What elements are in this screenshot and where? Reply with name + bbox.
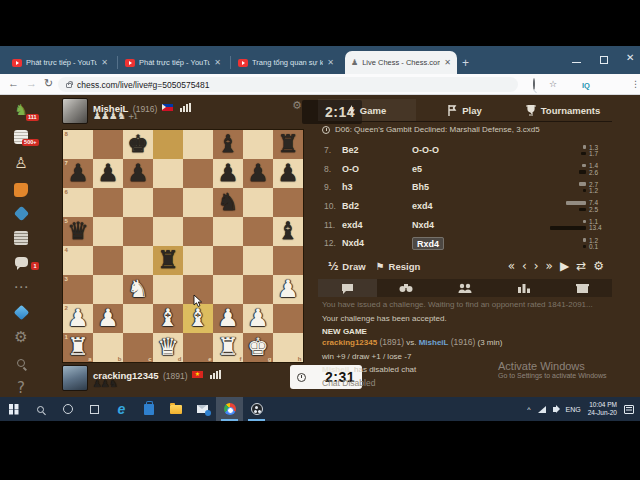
- captured-p: ♟: [93, 378, 101, 389]
- square-b2[interactable]: ♟: [93, 304, 123, 333]
- browser-tab-2[interactable]: Phát trực tiếp - YouTube Studio ✕: [119, 51, 227, 74]
- square-f4[interactable]: [213, 246, 243, 275]
- square-e6[interactable]: [183, 188, 213, 217]
- piece-white-pawn[interactable]: ♟: [63, 304, 93, 333]
- square-h5[interactable]: ♝: [273, 217, 303, 246]
- piece-white-pawn[interactable]: ♟: [273, 275, 303, 304]
- square-b3[interactable]: [93, 275, 123, 304]
- browser-tab-3[interactable]: Trang tổng quan sự kiện trực ti ✕: [232, 51, 340, 74]
- browser-tabstrip: Phát trực tiếp - YouTube Studio ✕ Phát t…: [0, 46, 640, 74]
- store-button[interactable]: [135, 397, 162, 421]
- sidebar-item-premium[interactable]: [13, 307, 30, 319]
- chesscom-sidebar: ♞111500+♙1⋯⚙?: [0, 97, 42, 397]
- square-d5[interactable]: [153, 217, 183, 246]
- square-b4[interactable]: [93, 246, 123, 275]
- square-c2[interactable]: [123, 304, 153, 333]
- square-h2[interactable]: [273, 304, 303, 333]
- square-a1[interactable]: 1a♜: [63, 333, 93, 362]
- move-row: 8.O-Oe51.42.6: [318, 160, 612, 179]
- black-move[interactable]: Rxd4: [412, 238, 482, 248]
- move-number: 7.: [318, 145, 342, 155]
- draw-button[interactable]: ½ Draw: [328, 261, 366, 272]
- tab-play[interactable]: Play: [416, 99, 514, 121]
- move-times: 1.42.6: [540, 163, 604, 175]
- square-c1[interactable]: c: [123, 333, 153, 362]
- chrome-icon: [224, 403, 236, 415]
- piece-black-pawn[interactable]: ♟: [63, 159, 93, 188]
- piece-black-pawn[interactable]: ♟: [273, 159, 303, 188]
- piece-white-bishop[interactable]: ♝: [153, 304, 183, 333]
- box-icon: [576, 283, 589, 293]
- square-c4[interactable]: [123, 246, 153, 275]
- captured-p: ♟: [93, 110, 101, 121]
- black-move[interactable]: Bh5: [412, 182, 482, 192]
- move-number: 12.: [318, 238, 342, 248]
- bookmark-star-icon[interactable]: ☆: [549, 79, 557, 89]
- piece-white-pawn[interactable]: ♟: [93, 304, 123, 333]
- square-h1[interactable]: h: [273, 333, 303, 362]
- square-c8[interactable]: ♚: [123, 130, 153, 159]
- obs-button[interactable]: [243, 397, 270, 421]
- opening-book-icon: [322, 126, 330, 134]
- windows-taskbar: e ^ ENG 10:04 PM 24-Jun-20: [0, 397, 640, 421]
- white-move[interactable]: h3: [342, 182, 412, 192]
- rank-label: 3: [65, 276, 68, 282]
- square-b8[interactable]: [93, 130, 123, 159]
- chat-input[interactable]: Chat Disabled: [322, 378, 375, 388]
- move-times: 1.31.7: [540, 145, 604, 157]
- screen: Phát trực tiếp - YouTube Studio ✕ Phát t…: [0, 0, 640, 480]
- square-a8[interactable]: 8: [63, 130, 93, 159]
- move-row: 7.Be2O-O-O1.31.7: [318, 141, 612, 160]
- iq-extension-icon[interactable]: IQ: [582, 81, 590, 90]
- sidebar-item-play-live[interactable]: ♙: [13, 155, 30, 172]
- game-panel-tabs: Game Play Tournaments: [318, 99, 612, 122]
- move-times: 1.113.4: [540, 219, 604, 231]
- browser-menu-icon[interactable]: ⋮: [631, 79, 640, 89]
- piece-white-pawn[interactable]: ♟: [213, 304, 243, 333]
- move-times: 2.71.2: [540, 182, 604, 194]
- rank-label: 4: [65, 247, 68, 253]
- notification-badge: 500+: [22, 139, 38, 147]
- lock-icon: [66, 83, 72, 88]
- go-start-button[interactable]: «: [508, 259, 515, 273]
- square-g5[interactable]: [243, 217, 273, 246]
- sidebar-item-connect[interactable]: 1: [13, 256, 30, 268]
- top-player-bar: MisheiL (1916) ♟♟♟♞+1 2:14: [62, 97, 302, 127]
- piece-black-king[interactable]: ♚: [123, 130, 153, 159]
- diamond-icon: [13, 305, 29, 321]
- chat-icon: [15, 257, 28, 267]
- settings-button[interactable]: ⚙: [593, 259, 604, 273]
- captured-p: ♟: [101, 378, 109, 389]
- sidebar-item-news[interactable]: [13, 231, 30, 245]
- square-c3[interactable]: ♞: [123, 275, 153, 304]
- address-bar[interactable]: chess.com/live/live#g=5050575481: [58, 77, 518, 92]
- stats-tab[interactable]: [494, 279, 553, 297]
- file-explorer-button[interactable]: [162, 397, 189, 421]
- square-e5[interactable]: [183, 217, 213, 246]
- piece-black-rook[interactable]: ♜: [273, 130, 303, 159]
- task-view-button[interactable]: [81, 397, 108, 421]
- news-icon: [14, 231, 28, 245]
- sidebar-item-play[interactable]: ♞111: [13, 102, 30, 119]
- trophy-icon: [526, 105, 536, 116]
- browser-toolbar: ← → ↻ chess.com/live/live#g=5050575481 ☆…: [0, 74, 640, 95]
- language-indicator[interactable]: ENG: [566, 406, 581, 413]
- cortana-icon: [63, 404, 73, 414]
- move-list: 7.Be2O-O-O1.31.78.O-Oe51.42.69.h3Bh52.71…: [318, 141, 612, 253]
- move-number: 8.: [318, 164, 342, 174]
- square-h8[interactable]: ♜: [273, 130, 303, 159]
- square-d6[interactable]: [153, 188, 183, 217]
- magnifier-icon: [17, 359, 25, 367]
- piece-white-knight[interactable]: ♞: [123, 275, 153, 304]
- chess-pawn-favicon-icon: ♟: [351, 58, 358, 67]
- tab-close-icon[interactable]: ✕: [444, 58, 451, 67]
- piece-white-rook[interactable]: ♜: [213, 333, 243, 362]
- square-f1[interactable]: f♜: [213, 333, 243, 362]
- tab-separator: [230, 56, 231, 69]
- square-a6[interactable]: 6: [63, 188, 93, 217]
- square-d4[interactable]: ♜: [153, 246, 183, 275]
- square-h7[interactable]: ♟: [273, 159, 303, 188]
- square-b5[interactable]: [93, 217, 123, 246]
- notification-badge: 1: [31, 262, 38, 270]
- move-number: 10.: [318, 201, 342, 211]
- window-close-button[interactable]: ✕: [626, 52, 634, 63]
- opening-name: D06: Queen's Gambit Declined: Marshall D…: [322, 125, 610, 134]
- file-label: h: [298, 356, 302, 362]
- move-navigation: «‹›»▶⇄⚙: [508, 259, 604, 273]
- go-end-button[interactable]: »: [546, 259, 553, 273]
- white-move[interactable]: Nxd4: [342, 238, 412, 248]
- mouse-cursor: [193, 294, 204, 308]
- half-point-icon: ½: [328, 261, 338, 272]
- taskbar-clock[interactable]: 10:04 PM 24-Jun-20: [588, 401, 617, 417]
- taskbar-search-button[interactable]: [27, 397, 54, 421]
- piece-black-knight[interactable]: ♞: [213, 188, 243, 217]
- friends-tab[interactable]: [436, 279, 495, 297]
- white-move[interactable]: Be2: [342, 145, 412, 155]
- square-g3[interactable]: [243, 275, 273, 304]
- start-button[interactable]: [0, 397, 27, 421]
- rank-label: 6: [65, 189, 68, 195]
- square-d2[interactable]: ♝: [153, 304, 183, 333]
- tab-title: Trang tổng quan sự kiện trực ti: [252, 58, 323, 67]
- square-c7[interactable]: ♟: [123, 159, 153, 188]
- square-g1[interactable]: g♚: [243, 333, 273, 362]
- square-g8[interactable]: [243, 130, 273, 159]
- captured-n: ♞: [117, 110, 125, 121]
- black-move[interactable]: Nxd4: [412, 220, 482, 230]
- file-label: e: [208, 356, 211, 362]
- tab-separator: [117, 56, 118, 69]
- captured-p: ♟: [109, 110, 117, 121]
- people-icon: [458, 283, 472, 293]
- window-maximize-button[interactable]: [600, 56, 608, 64]
- cortana-button[interactable]: [54, 397, 81, 421]
- tab-title: Phát trực tiếp - YouTube Studio: [139, 58, 210, 67]
- magnifier-icon: [37, 406, 44, 413]
- top-captured-pieces: ♟♟♟♞+1: [93, 110, 137, 121]
- system-tray: ^ ENG 10:04 PM 24-Jun-20: [527, 401, 640, 417]
- square-c5[interactable]: [123, 217, 153, 246]
- tab-close-icon[interactable]: ✕: [214, 58, 221, 67]
- square-e1[interactable]: e: [183, 333, 213, 362]
- square-g2[interactable]: ♟: [243, 304, 273, 333]
- square-d1[interactable]: d♛: [153, 333, 183, 362]
- captured-n: ♞: [109, 378, 117, 389]
- piece-black-pawn[interactable]: ♟: [243, 159, 273, 188]
- top-player-avatar[interactable]: [62, 98, 88, 124]
- piece-black-pawn[interactable]: ♟: [213, 159, 243, 188]
- letterbox-bottom: [0, 421, 640, 480]
- square-g4[interactable]: [243, 246, 273, 275]
- activate-windows-watermark: Activate Windows Go to Settings to activ…: [498, 360, 607, 379]
- square-f7[interactable]: ♟: [213, 159, 243, 188]
- white-move[interactable]: Bd2: [342, 201, 412, 211]
- square-a2[interactable]: 2♟: [63, 304, 93, 333]
- obs-icon: [251, 403, 263, 415]
- piece-black-bishop[interactable]: ♝: [273, 217, 303, 246]
- tab-title: Live Chess - Chess.com: [362, 58, 440, 67]
- clock-icon: [297, 373, 306, 382]
- tab-tournaments[interactable]: Tournaments: [514, 99, 612, 121]
- pawn-flag-icon: [448, 105, 457, 116]
- move-row: 12.Nxd4Rxd41.20.1: [318, 234, 612, 253]
- square-c6[interactable]: [123, 188, 153, 217]
- piece-black-rook[interactable]: ♜: [153, 246, 183, 275]
- resign-button[interactable]: ⚑ Resign: [376, 261, 421, 272]
- browser-tab-active[interactable]: ♟ Live Chess - Chess.com ✕: [345, 51, 457, 74]
- letterbox-top: [0, 0, 640, 46]
- sidebar-item-openings[interactable]: 500+: [13, 130, 30, 144]
- square-f8[interactable]: ♝: [213, 130, 243, 159]
- store-icon: [144, 404, 154, 415]
- tab-close-icon[interactable]: ✕: [101, 58, 108, 67]
- tab-close-icon[interactable]: ✕: [327, 58, 334, 67]
- edge-button[interactable]: e: [108, 397, 135, 421]
- task-view-icon: [90, 405, 99, 414]
- square-f3[interactable]: [213, 275, 243, 304]
- sidebar-item-more[interactable]: ⋯: [13, 279, 30, 296]
- action-center-icon[interactable]: [624, 405, 634, 414]
- square-b6[interactable]: [93, 188, 123, 217]
- grad-cap-icon: [13, 206, 29, 222]
- mail-button[interactable]: [189, 397, 216, 421]
- square-f5[interactable]: [213, 217, 243, 246]
- binoculars-icon: [399, 283, 413, 293]
- connection-signal-icon: [210, 370, 221, 379]
- square-d3[interactable]: [153, 275, 183, 304]
- sidebar-item-learn[interactable]: [13, 208, 30, 220]
- square-a4[interactable]: 4: [63, 246, 93, 275]
- chat-tab[interactable]: [318, 279, 377, 297]
- speaker-icon[interactable]: [553, 407, 557, 412]
- tab-title: Phát trực tiếp - YouTube Studio: [26, 58, 97, 67]
- go-forward-button[interactable]: ›: [534, 259, 539, 273]
- tab-game[interactable]: Game: [318, 99, 416, 121]
- black-move[interactable]: exd4: [412, 201, 482, 211]
- move-row: 11.exd4Nxd41.113.4: [318, 215, 612, 234]
- black-player-link[interactable]: MisheiL: [419, 338, 449, 347]
- network-icon[interactable]: [538, 406, 546, 413]
- bottom-player-rating: (1891): [163, 371, 188, 381]
- youtube-favicon-icon: [125, 59, 135, 67]
- square-b1[interactable]: b: [93, 333, 123, 362]
- tray-expand-icon[interactable]: ^: [527, 406, 530, 413]
- move-row: 10.Bd2exd47.42.5: [318, 197, 612, 216]
- back-icon[interactable]: ←: [8, 77, 19, 89]
- sidebar-item-puzzles[interactable]: [13, 183, 30, 197]
- new-tab-button[interactable]: +: [462, 58, 469, 68]
- move-times: 7.42.5: [540, 200, 604, 212]
- piece-black-pawn[interactable]: ♟: [93, 159, 123, 188]
- piece-white-king[interactable]: ♚: [243, 333, 273, 362]
- piece-white-pawn[interactable]: ♟: [243, 304, 273, 333]
- square-e4[interactable]: [183, 246, 213, 275]
- bottom-captured-pieces: ♟♟♞: [93, 378, 117, 389]
- piece-black-bishop[interactable]: ♝: [213, 130, 243, 159]
- move-number: 11.: [318, 220, 342, 230]
- reload-icon[interactable]: ↻: [44, 77, 53, 90]
- autoplay-button[interactable]: ▶: [560, 259, 569, 273]
- url-text[interactable]: chess.com/live/live#g=5050575481: [77, 80, 210, 90]
- go-back-button[interactable]: ‹: [522, 259, 527, 273]
- white-move[interactable]: O-O: [342, 164, 412, 174]
- piece-black-pawn[interactable]: ♟: [123, 159, 153, 188]
- square-e7[interactable]: [183, 159, 213, 188]
- piece-black-queen[interactable]: ♛: [63, 217, 93, 246]
- square-h3[interactable]: ♟: [273, 275, 303, 304]
- square-a3[interactable]: 3: [63, 275, 93, 304]
- bottom-player-avatar[interactable]: [62, 365, 88, 391]
- white-player-link[interactable]: cracking12345: [322, 338, 377, 347]
- game-controls: ½ Draw ⚑ Resign «‹›»▶⇄⚙: [318, 255, 612, 277]
- folder-icon: [170, 405, 182, 414]
- square-g7[interactable]: ♟: [243, 159, 273, 188]
- piece-white-bishop[interactable]: ♝: [183, 304, 213, 333]
- bolt-icon: [348, 105, 355, 116]
- chess-board: 8♚♝♜7♟♟♟♟♟♟6♞5♛♝4♜3♞♟2♟♟♝♝♟♟1a♜bcd♛ef♜g♚…: [62, 129, 304, 363]
- piece-white-queen[interactable]: ♛: [153, 333, 183, 362]
- square-e2[interactable]: ♝: [183, 304, 213, 333]
- sidebar-item-help[interactable]: ?: [13, 380, 30, 397]
- file-label: b: [118, 356, 122, 362]
- square-a7[interactable]: 7♟: [63, 159, 93, 188]
- connection-signal-icon: [180, 103, 191, 112]
- move-number: 9.: [318, 182, 342, 192]
- captured-p: ♟: [101, 110, 109, 121]
- square-b7[interactable]: ♟: [93, 159, 123, 188]
- piece-white-rook[interactable]: ♜: [63, 333, 93, 362]
- square-a5[interactable]: 5♛: [63, 217, 93, 246]
- square-e8[interactable]: [183, 130, 213, 159]
- vietnam-flag-icon: ★: [192, 371, 203, 378]
- chrome-button[interactable]: [216, 397, 243, 421]
- observe-tab[interactable]: [377, 279, 436, 297]
- archive-tab[interactable]: [553, 279, 612, 297]
- square-g6[interactable]: [243, 188, 273, 217]
- move-row: 9.h3Bh52.71.2: [318, 178, 612, 197]
- white-move[interactable]: exd4: [342, 220, 412, 230]
- puzzle-icon: [14, 183, 28, 197]
- chat-bubble-icon: [341, 283, 354, 294]
- black-move[interactable]: O-O-O: [412, 145, 482, 155]
- browser-tab-1[interactable]: Phát trực tiếp - YouTube Studio ✕: [6, 51, 114, 74]
- panel-icon-tabs: [318, 279, 612, 297]
- philippines-flag-icon: [162, 104, 173, 111]
- square-h6[interactable]: [273, 188, 303, 217]
- black-move[interactable]: e5: [412, 164, 482, 174]
- sidebar-item-search[interactable]: [13, 357, 30, 369]
- chat-message: You have issued a challenge. Waiting to …: [322, 300, 610, 309]
- square-f6[interactable]: ♞: [213, 188, 243, 217]
- material-advantage: +1: [128, 112, 137, 121]
- square-f2[interactable]: ♟: [213, 304, 243, 333]
- chat-game-line: cracking12345 (1891) vs. MisheiL (1916) …: [322, 338, 610, 347]
- zoom-icon[interactable]: [533, 78, 535, 90]
- square-d8[interactable]: [153, 130, 183, 159]
- youtube-favicon-icon: [238, 59, 248, 67]
- edge-icon: e: [118, 402, 126, 416]
- window-minimize-button[interactable]: [572, 56, 581, 63]
- chat-message-heading: NEW GAME: [322, 327, 610, 336]
- resign-flag-icon: ⚑: [376, 261, 385, 272]
- mail-icon: [197, 405, 208, 413]
- youtube-favicon-icon: [12, 59, 22, 67]
- square-d7[interactable]: [153, 159, 183, 188]
- notification-badge: 111: [26, 114, 39, 122]
- bottom-player-bar: cracking12345 (1891) ★ ♟♟♞ 2:31: [62, 363, 302, 395]
- flip-board-button[interactable]: ⇄: [576, 259, 586, 273]
- board-settings-icon[interactable]: ⚙: [292, 99, 302, 112]
- forward-icon[interactable]: →: [26, 77, 37, 89]
- rank-label: 8: [65, 131, 68, 137]
- move-times: 1.20.1: [540, 238, 604, 250]
- square-h4[interactable]: [273, 246, 303, 275]
- chat-message: Your challenge has been accepted.: [322, 314, 610, 323]
- windows-logo-icon: [9, 404, 14, 409]
- podium-icon: [518, 283, 530, 293]
- file-label: c: [148, 356, 151, 362]
- sidebar-item-settings[interactable]: ⚙: [13, 329, 30, 346]
